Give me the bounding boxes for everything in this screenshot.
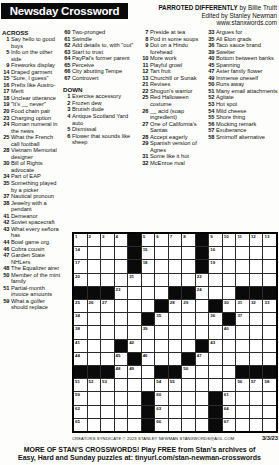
cell-r2c12[interactable] (223, 247, 236, 259)
cell-number: 66 (156, 419, 161, 424)
cell-r7c8[interactable] (169, 313, 182, 325)
clue-30a: 30Bill of Rights advocate (2, 160, 62, 173)
cell-number: 21 (129, 274, 134, 279)
cell-r1c9[interactable]: 8 (182, 234, 195, 246)
cell-r6c12[interactable]: 30 (223, 300, 236, 312)
cell-r4c15[interactable] (263, 274, 276, 286)
cell-r3c12[interactable] (223, 260, 236, 272)
clue-column: ACROSS1Say hello to good buys5Info on th… (2, 29, 62, 311)
cell-r11c9[interactable]: 50 (182, 366, 195, 378)
cell-r13c10[interactable] (196, 392, 209, 404)
cell-r7c9[interactable] (182, 313, 195, 325)
cell-r1c12[interactable]: 10 (223, 234, 236, 246)
cell-r9c15[interactable] (263, 340, 276, 352)
cell-r10c1[interactable]: 44 (74, 353, 87, 365)
cell-r9c13[interactable] (236, 340, 249, 352)
cell-r12c10[interactable] (196, 379, 209, 391)
cell-r13c4[interactable] (115, 392, 128, 404)
cell-r6c2[interactable]: 26 (88, 300, 101, 312)
cell-r13c12[interactable]: 61 (223, 392, 236, 404)
cell-r1c2[interactable]: 2 (88, 234, 101, 246)
cell-r2c13[interactable] (236, 247, 249, 259)
cell-r8c1[interactable]: 38 (74, 326, 87, 338)
cell-r6c5[interactable] (128, 300, 141, 312)
cell-number: 39 (143, 326, 148, 331)
cell-r14c2[interactable] (88, 406, 101, 418)
cell-r1c4[interactable]: 4 (115, 234, 128, 246)
cell-r9c1[interactable]: 41 (74, 340, 87, 352)
cell-r4c3[interactable] (101, 274, 114, 286)
cell-r10c7[interactable] (155, 353, 168, 365)
cell-r14c14[interactable] (250, 406, 263, 418)
cell-r8c3[interactable] (101, 326, 114, 338)
cell-r15c1[interactable]: 65 (74, 419, 87, 431)
cell-r4c7[interactable] (155, 274, 168, 286)
cell-r12c15[interactable]: 58 (263, 379, 276, 391)
cell-r7c15[interactable] (263, 313, 276, 325)
cell-r12c2[interactable]: 52 (88, 379, 101, 391)
puzzle-date: 3/3/23 (262, 435, 278, 441)
cell-r6c3[interactable]: 27 (101, 300, 114, 312)
cell-r11c10[interactable] (196, 366, 209, 378)
cell-r11c11[interactable] (209, 366, 222, 378)
clue-text: Something played by a picker (11, 180, 62, 193)
cell-r13c9[interactable] (182, 392, 195, 404)
cell-r12c13[interactable]: 56 (236, 379, 249, 391)
cell-r13c13[interactable] (236, 392, 249, 404)
cell-number: 30 (224, 300, 229, 305)
cell-r12c8[interactable]: 55 (169, 379, 182, 391)
cell-number: 37 (237, 313, 242, 318)
cell-r10c8[interactable] (169, 353, 182, 365)
cell-number: 17 (75, 260, 80, 265)
clue-1a: 1Say hello to good buys (2, 36, 62, 49)
cell-number: 67 (224, 419, 229, 424)
cell-r8c11[interactable] (209, 326, 222, 338)
cell-r2c14[interactable] (250, 247, 263, 259)
clue-text: Roman numeral in the news (11, 121, 62, 134)
cell-r4c9[interactable] (182, 274, 195, 286)
cell-number: 46 (143, 353, 148, 358)
cell-r5c10[interactable]: 24 (196, 287, 209, 299)
cell-r7c14[interactable] (250, 313, 263, 325)
cell-number: 27 (102, 300, 107, 305)
cell-r15c7[interactable]: 66 (155, 419, 168, 431)
cell-r8c12[interactable]: 40 (223, 326, 236, 338)
cell-number: 5 (143, 234, 145, 239)
cell-number: 58 (264, 379, 269, 384)
block-r13c11 (209, 392, 222, 404)
cell-r9c2[interactable] (88, 340, 101, 352)
cell-r14c13[interactable] (236, 406, 249, 418)
cell-r14c8[interactable] (169, 406, 182, 418)
clue-text: Bill of Rights advocate (11, 160, 62, 173)
cell-r3c6[interactable]: 18 (142, 260, 155, 272)
cell-r3c13[interactable] (236, 260, 249, 272)
cell-r15c4[interactable] (115, 419, 128, 431)
cell-r15c10[interactable] (196, 419, 209, 431)
cell-r15c5[interactable] (128, 419, 141, 431)
cell-r6c6[interactable] (142, 300, 155, 312)
cell-number: 8 (183, 234, 185, 239)
cell-number: 44 (75, 353, 80, 358)
cell-r8c9[interactable] (182, 326, 195, 338)
cell-r14c10[interactable] (196, 406, 209, 418)
cell-r9c8[interactable] (169, 340, 182, 352)
cell-number: 56 (237, 379, 242, 384)
block-r2c5 (128, 247, 141, 259)
cell-number: 2 (89, 234, 91, 239)
cell-r4c14[interactable] (250, 274, 263, 286)
cell-r13c8[interactable] (169, 392, 182, 404)
block-r5c2 (88, 287, 101, 299)
cell-r14c9[interactable] (182, 406, 195, 418)
cell-r10c14[interactable] (250, 353, 263, 365)
clue-number: 30 (2, 160, 11, 173)
block-r1c10 (196, 234, 209, 246)
cell-r13c7[interactable]: 60 (155, 392, 168, 404)
cell-number: 31 (237, 300, 242, 305)
cell-r12c3[interactable]: 53 (101, 379, 114, 391)
block-r5c14 (250, 287, 263, 299)
cell-r11c5[interactable]: 49 (128, 366, 141, 378)
block-r6c7 (155, 300, 168, 312)
cell-number: 20 (75, 274, 80, 279)
cell-r13c15[interactable] (263, 392, 276, 404)
cell-r10c4[interactable]: 45 (115, 353, 128, 365)
title-line: PARROTED DIFFERENTLY by Billie Truitt (158, 4, 277, 12)
cell-r8c6[interactable]: 39 (142, 326, 155, 338)
cell-r6c10[interactable] (196, 300, 209, 312)
clue-58d: 58Smirnoff alternative (207, 134, 278, 141)
cell-number: 62 (75, 406, 80, 411)
cell-r3c4[interactable] (115, 260, 128, 272)
cell-r3c14[interactable] (250, 260, 263, 272)
block-r11c2 (88, 366, 101, 378)
cell-r10c11[interactable] (209, 353, 222, 365)
cell-r7c11[interactable]: 36 (209, 313, 222, 325)
cell-r3c3[interactable] (101, 260, 114, 272)
clue-number: 28 (2, 147, 11, 160)
clue-number: 6 (63, 133, 72, 146)
cell-r14c15[interactable] (263, 406, 276, 418)
cell-r7c13[interactable]: 37 (236, 313, 249, 325)
block-r9c10 (196, 340, 209, 352)
cell-r6c4[interactable] (115, 300, 128, 312)
cell-r14c4[interactable] (115, 406, 128, 418)
cell-number: 32 (251, 300, 256, 305)
clue-51a: 51Partial-month invoice amounts (2, 285, 62, 298)
block-r5c9 (182, 287, 195, 299)
clue-number: 59 (2, 298, 11, 311)
cell-r8c15[interactable] (263, 326, 276, 338)
cell-r10c12[interactable] (223, 353, 236, 365)
cell-r1c13[interactable]: 11 (236, 234, 249, 246)
across-header: ACROSS (2, 29, 62, 36)
cell-r3c9[interactable] (182, 260, 195, 272)
clue-29d: 29Spanish version of Agnes (141, 140, 205, 153)
cell-r10c13[interactable] (236, 353, 249, 365)
cell-r15c12[interactable]: 67 (223, 419, 236, 431)
clue-32d: 32McEnroe rival (141, 160, 205, 167)
cell-r15c15[interactable] (263, 419, 276, 431)
cell-r7c3[interactable] (101, 313, 114, 325)
clue-number: 29 (141, 140, 150, 153)
cell-r14c1[interactable]: 62 (74, 406, 87, 418)
cell-number: 57 (251, 379, 256, 384)
cell-r4c6[interactable] (142, 274, 155, 286)
cell-r2c15[interactable] (263, 247, 276, 259)
cell-r1c8[interactable]: 7 (169, 234, 182, 246)
block-r11c7 (155, 366, 168, 378)
cell-number: 36 (210, 313, 215, 318)
cell-r13c3[interactable] (101, 392, 114, 404)
cell-r5c6[interactable] (142, 287, 155, 299)
cell-number: 7 (170, 234, 172, 239)
block-r11c13 (236, 366, 249, 378)
cell-r10c6[interactable]: 46 (142, 353, 155, 365)
cell-r9c11[interactable]: 43 (209, 340, 222, 352)
cell-number: 35 (156, 313, 161, 318)
clue-number: 1 (2, 36, 11, 49)
cell-r1c14[interactable]: 12 (250, 234, 263, 246)
cell-r6c13[interactable]: 31 (236, 300, 249, 312)
cell-r13c1[interactable]: 59 (74, 392, 87, 404)
cell-r14c12[interactable]: 64 (223, 406, 236, 418)
block-r7c6 (142, 313, 155, 325)
clue-35a: 35Something played by a picker (2, 180, 62, 193)
block-r2c10 (196, 247, 209, 259)
cell-r7c2[interactable] (88, 313, 101, 325)
block-r3c10 (196, 260, 209, 272)
clue-number: 4 (63, 113, 72, 126)
cell-r4c10[interactable]: 22 (196, 274, 209, 286)
masthead: Newsday Crossword (1, 3, 128, 19)
cell-r2c3[interactable] (101, 247, 114, 259)
cell-r6c14[interactable]: 32 (250, 300, 263, 312)
cell-r5c12[interactable] (223, 287, 236, 299)
cell-r1c3[interactable]: 3 (101, 234, 114, 246)
cell-r10c3[interactable] (101, 353, 114, 365)
cell-r2c7[interactable] (155, 247, 168, 259)
cell-r15c13[interactable] (236, 419, 249, 431)
cell-r12c4[interactable] (115, 379, 128, 391)
cell-number: 54 (156, 379, 161, 384)
clue-text: Dot on a Hindu forehead (150, 42, 205, 55)
cell-number: 49 (129, 366, 134, 371)
cell-r6c9[interactable]: 29 (182, 300, 195, 312)
clue-59a: 59What a golfer should replace (2, 298, 62, 311)
cell-r11c12[interactable] (223, 366, 236, 378)
cell-r15c14[interactable] (250, 419, 263, 431)
clue-27d: 27One of California's Santas (141, 121, 205, 134)
cell-r2c6[interactable]: 15 (142, 247, 155, 259)
cell-number: 65 (75, 419, 80, 424)
cell-r9c12[interactable] (223, 340, 236, 352)
cell-r3c1[interactable]: 17 (74, 260, 87, 272)
cell-r12c11[interactable] (209, 379, 222, 391)
cell-r2c1[interactable]: 14 (74, 247, 87, 259)
cell-r8c5[interactable] (128, 326, 141, 338)
cell-r12c6[interactable] (142, 379, 155, 391)
cell-r5c5[interactable] (128, 287, 141, 299)
clue-number: 58 (207, 134, 216, 141)
cell-r9c14[interactable] (250, 340, 263, 352)
puzzle-byline: by Billie Truitt (240, 4, 277, 11)
cell-r12c5[interactable] (128, 379, 141, 391)
cell-r1c15[interactable]: 13 (263, 234, 276, 246)
cell-number: 33 (264, 300, 269, 305)
clue-number: 24 (2, 121, 11, 134)
cell-r14c3[interactable] (101, 406, 114, 418)
cell-r7c7[interactable]: 35 (155, 313, 168, 325)
block-r7c12 (223, 313, 236, 325)
cell-r2c4[interactable] (115, 247, 128, 259)
cell-number: 1 (75, 234, 77, 239)
promo-line-1: MORE OF STAN'S CROSSWORDS! Play FREE fro… (0, 446, 279, 454)
cell-r7c4[interactable] (115, 313, 128, 325)
cell-r8c8[interactable] (169, 326, 182, 338)
cell-r3c2[interactable] (88, 260, 101, 272)
cell-r12c14[interactable]: 57 (250, 379, 263, 391)
clue-number: 67 (63, 75, 72, 82)
cell-number: 28 (170, 300, 175, 305)
block-r11c3 (101, 366, 114, 378)
cell-number: 4 (116, 234, 118, 239)
cell-number: 64 (224, 406, 229, 411)
cell-r1c7[interactable]: 6 (155, 234, 168, 246)
cell-r3c15[interactable] (263, 260, 276, 272)
cell-number: 59 (75, 392, 80, 397)
cell-number: 41 (75, 340, 80, 345)
clue-text: Vietnam Memorial designer (11, 147, 62, 160)
cell-r4c12[interactable] (223, 274, 236, 286)
cell-r15c8[interactable] (169, 419, 182, 431)
clue-text: Smirnoff alternative (216, 134, 278, 141)
cell-r12c12[interactable] (223, 379, 236, 391)
clue-number: 38 (2, 200, 11, 213)
cell-r9c7[interactable] (155, 340, 168, 352)
clue-text: Controvert (72, 75, 137, 82)
puzzle-website: www.stanxwords.com (158, 19, 277, 27)
cell-r2c2[interactable] (88, 247, 101, 259)
cell-r11c4[interactable]: 48 (115, 366, 128, 378)
cell-r2c11[interactable]: 16 (209, 247, 222, 259)
cell-r9c9[interactable] (182, 340, 195, 352)
cell-r9c3[interactable] (101, 340, 114, 352)
cell-number: 12 (251, 234, 256, 239)
cell-r3c8[interactable] (169, 260, 182, 272)
cell-r11c6[interactable] (142, 366, 155, 378)
cell-r7c5[interactable] (128, 313, 141, 325)
clue-43a: 43What every señora has (2, 226, 62, 239)
clue-47a: 47Garden State NHLers (2, 252, 62, 265)
cell-r3c7[interactable] (155, 260, 168, 272)
cell-r4c1[interactable]: 20 (74, 274, 87, 286)
cell-r4c4[interactable] (115, 274, 128, 286)
cell-r8c14[interactable] (250, 326, 263, 338)
clue-text: What every señora has (11, 226, 62, 239)
block-r6c11 (209, 300, 222, 312)
clue-28a: 28Vietnam Memorial designer (2, 147, 62, 160)
cell-r1c11[interactable]: 9 (209, 234, 222, 246)
cell-r7c1[interactable]: 34 (74, 313, 87, 325)
cell-r1c1[interactable]: 1 (74, 234, 87, 246)
cell-r4c5[interactable]: 21 (128, 274, 141, 286)
cell-r13c14[interactable] (250, 392, 263, 404)
cell-r2c9[interactable] (182, 247, 195, 259)
cell-r12c1[interactable]: 51 (74, 379, 87, 391)
block-r5c3 (101, 287, 114, 299)
cell-number: 40 (224, 326, 229, 331)
cell-r4c13[interactable] (236, 274, 249, 286)
cell-r4c8[interactable] (169, 274, 182, 286)
cell-r8c7[interactable] (155, 326, 168, 338)
cell-r1c6[interactable]: 5 (142, 234, 155, 246)
clue-number: 35 (2, 180, 11, 193)
cell-r5c4[interactable]: 23 (115, 287, 128, 299)
cell-r6c8[interactable]: 28 (169, 300, 182, 312)
clue-number: 9 (141, 42, 150, 55)
cell-number: 3 (102, 234, 104, 239)
clue-5a: 5Info on the other side (2, 49, 62, 62)
cell-r6c15[interactable]: 33 (263, 300, 276, 312)
cell-r8c2[interactable] (88, 326, 101, 338)
cell-r5c11[interactable] (209, 287, 222, 299)
cell-r4c11[interactable] (209, 274, 222, 286)
cell-number: 63 (156, 406, 161, 411)
cell-r7c10[interactable] (196, 313, 209, 325)
cell-r8c13[interactable] (236, 326, 249, 338)
cell-r4c2[interactable] (88, 274, 101, 286)
cell-r10c10[interactable]: 47 (196, 353, 209, 365)
clue-24a: 24Roman numeral in the news (2, 121, 62, 134)
cell-number: 22 (197, 274, 202, 279)
block-r11c14 (250, 366, 263, 378)
down-header: DOWN (63, 86, 137, 93)
clue-text: Info on the other side (11, 49, 62, 62)
cell-r15c9[interactable] (182, 419, 195, 431)
cell-r15c3[interactable] (101, 419, 114, 431)
cell-r10c2[interactable] (88, 353, 101, 365)
cell-r9c6[interactable] (142, 340, 155, 352)
cell-r14c7[interactable]: 63 (155, 406, 168, 418)
cell-r5c7[interactable] (155, 287, 168, 299)
cell-number: 45 (116, 353, 121, 358)
cell-r9c5[interactable]: 42 (128, 340, 141, 352)
cell-number: 14 (75, 247, 80, 252)
cell-number: 18 (143, 260, 148, 265)
cell-r12c9[interactable] (182, 379, 195, 391)
cell-r12c7[interactable]: 54 (155, 379, 168, 391)
cell-number: 24 (197, 287, 202, 292)
cell-r15c2[interactable] (88, 419, 101, 431)
cell-r10c15[interactable] (263, 353, 276, 365)
clue-text: McEnroe rival (150, 160, 205, 167)
cell-r2c8[interactable] (169, 247, 182, 259)
clue-25a: 25What the French call football (2, 134, 62, 147)
cell-r8c10[interactable] (196, 326, 209, 338)
cell-r8c4[interactable] (115, 326, 128, 338)
cell-r3c11[interactable]: 19 (209, 260, 222, 272)
cell-number: 9 (210, 234, 212, 239)
cell-number: 29 (183, 300, 188, 305)
cell-r13c2[interactable] (88, 392, 101, 404)
cell-r14c5[interactable] (128, 406, 141, 418)
cell-r6c1[interactable]: 25 (74, 300, 87, 312)
clue-text: Say hello to good buys (11, 36, 62, 49)
cell-r13c5[interactable] (128, 392, 141, 404)
